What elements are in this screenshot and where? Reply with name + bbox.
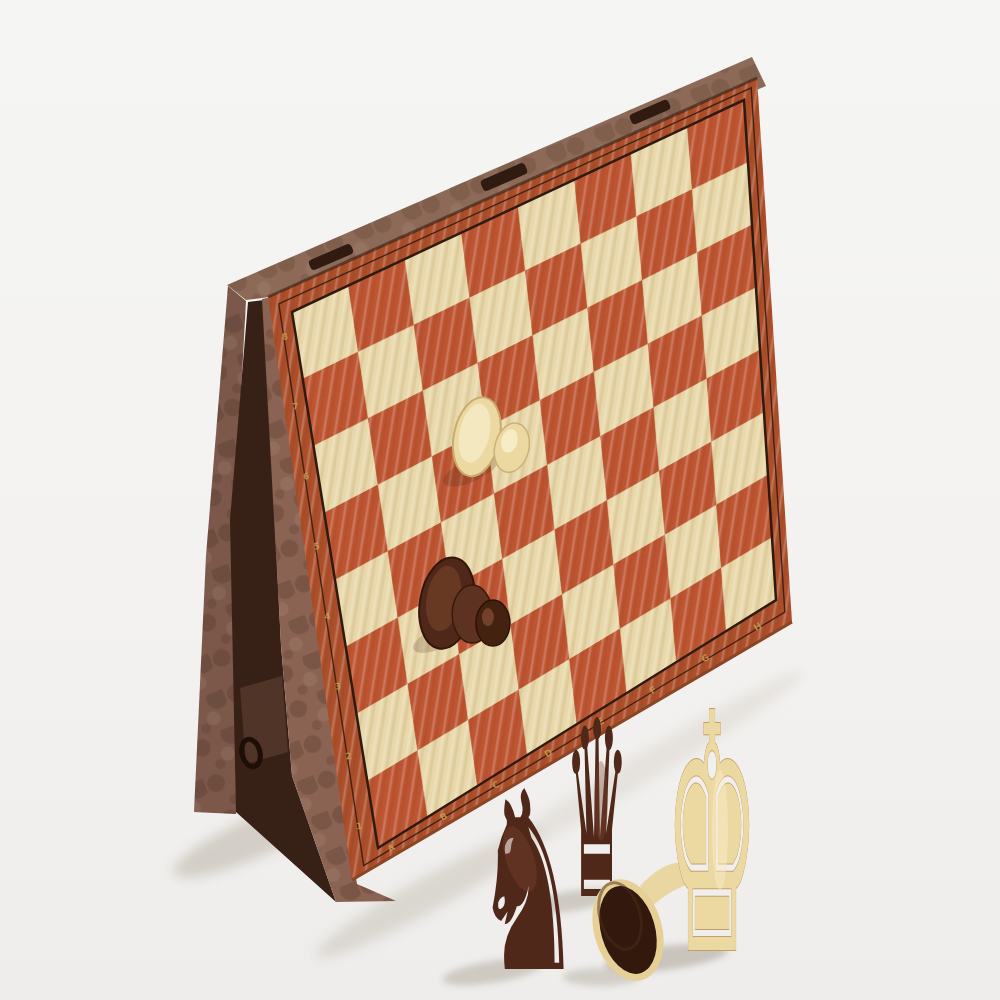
clasp-housing <box>240 676 288 764</box>
chess-set-scene: 87654321ABCDEFGH ♞ ♛ ♚ <box>0 0 1000 1000</box>
white-king: ♚ <box>665 644 760 1000</box>
svg-text:♚: ♚ <box>665 644 760 1000</box>
product-photo: 87654321ABCDEFGH ♞ ♛ ♚ <box>0 0 1000 1000</box>
